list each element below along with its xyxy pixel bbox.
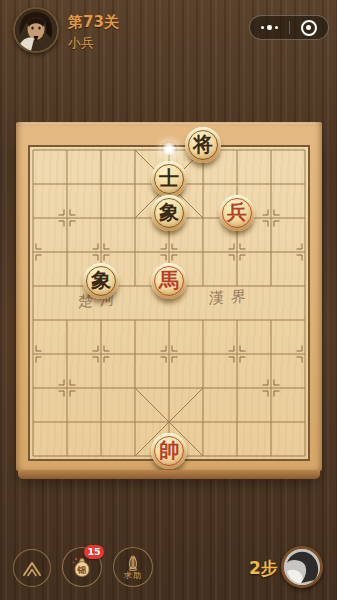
- chevron-up-icon: [19, 557, 45, 579]
- level-title: 第73关: [68, 13, 119, 32]
- more-icon: [261, 26, 264, 29]
- miniprogram-capsule: [249, 15, 329, 40]
- svg-text:锦: 锦: [77, 565, 87, 575]
- app-screen: 第73关 小兵 楚河 漢界 将士象兵象馬帥 ✦: [0, 0, 337, 600]
- exit-button[interactable]: [290, 16, 329, 39]
- piece-glyph: 象: [151, 195, 187, 231]
- piece-black-elephant[interactable]: 象: [83, 263, 119, 299]
- help-label: 求助: [124, 570, 142, 581]
- footer-bar: 锦 15 求助 2步: [0, 540, 337, 600]
- steps-counter: 2步: [249, 557, 278, 580]
- piece-black-elephant[interactable]: 象: [151, 195, 187, 231]
- piece-red-general[interactable]: 帥: [151, 433, 187, 469]
- hint-count-badge: 15: [84, 545, 104, 559]
- ask-help-button[interactable]: 求助: [113, 547, 153, 587]
- xiangqi-board[interactable]: 楚河 漢界 将士象兵象馬帥 ✦: [16, 122, 322, 471]
- piece-glyph: 帥: [151, 433, 187, 469]
- expand-menu-button[interactable]: [13, 549, 51, 587]
- exit-icon: [301, 20, 317, 36]
- pieces-layer: 将士象兵象馬帥: [16, 133, 322, 473]
- piece-glyph: 馬: [151, 263, 187, 299]
- piece-glyph: 象: [83, 263, 119, 299]
- piece-glyph: 兵: [219, 195, 255, 231]
- portrait-illustration: [15, 9, 57, 51]
- piece-red-soldier[interactable]: 兵: [219, 195, 255, 231]
- more-button[interactable]: [250, 16, 289, 39]
- last-move-marker: ✦: [161, 141, 177, 157]
- player-portrait: [284, 549, 320, 585]
- piece-black-general[interactable]: 将: [185, 127, 221, 163]
- sparkle-icon: ✦: [164, 144, 173, 155]
- piece-black-advisor[interactable]: 士: [151, 161, 187, 197]
- piece-red-horse[interactable]: 馬: [151, 263, 187, 299]
- level-subtitle: 小兵: [68, 34, 94, 52]
- piece-glyph: 士: [151, 161, 187, 197]
- level-avatar: [13, 7, 59, 53]
- piece-glyph: 将: [185, 127, 221, 163]
- header-bar: 第73关 小兵: [0, 0, 337, 62]
- player-avatar[interactable]: [281, 546, 323, 588]
